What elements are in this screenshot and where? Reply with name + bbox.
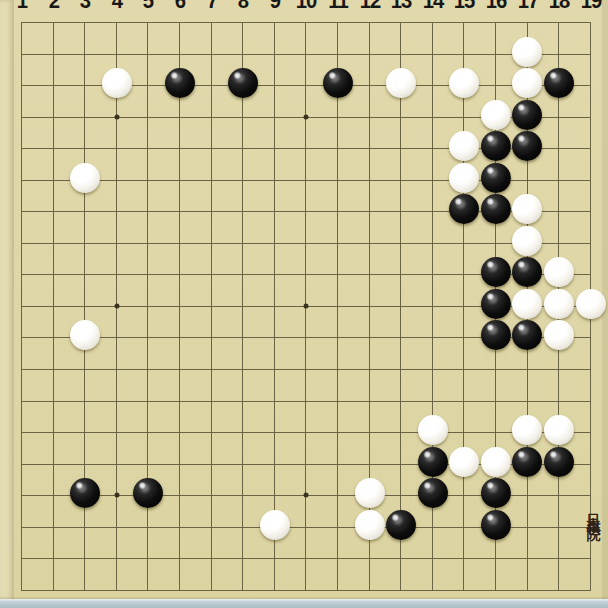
intersection-16-7[interactable] bbox=[480, 196, 512, 228]
intersection-14-8[interactable] bbox=[417, 227, 449, 259]
intersection-16-5[interactable] bbox=[480, 132, 512, 164]
intersection-3-10[interactable] bbox=[69, 290, 101, 322]
intersection-2-2[interactable] bbox=[38, 38, 70, 70]
intersection-10-8[interactable] bbox=[291, 227, 323, 259]
intersection-15-14[interactable] bbox=[449, 416, 481, 448]
intersection-3-1[interactable] bbox=[69, 6, 101, 38]
intersection-13-6[interactable] bbox=[385, 164, 417, 196]
intersection-9-11[interactable] bbox=[259, 322, 291, 354]
intersection-19-10[interactable] bbox=[575, 290, 607, 322]
intersection-15-19[interactable] bbox=[449, 574, 481, 606]
intersection-12-4[interactable] bbox=[354, 101, 386, 133]
intersection-14-6[interactable] bbox=[417, 164, 449, 196]
intersection-11-17[interactable] bbox=[322, 511, 354, 543]
intersection-5-9[interactable] bbox=[133, 259, 165, 291]
intersection-2-19[interactable] bbox=[38, 574, 70, 606]
intersection-5-16[interactable] bbox=[133, 479, 165, 511]
intersection-16-8[interactable] bbox=[480, 227, 512, 259]
intersection-3-6[interactable] bbox=[69, 164, 101, 196]
intersection-3-14[interactable] bbox=[69, 416, 101, 448]
intersection-2-3[interactable] bbox=[38, 69, 70, 101]
intersection-3-18[interactable] bbox=[69, 543, 101, 575]
intersection-12-11[interactable] bbox=[354, 322, 386, 354]
intersection-8-18[interactable] bbox=[227, 543, 259, 575]
intersection-1-19[interactable] bbox=[6, 574, 38, 606]
intersection-17-12[interactable] bbox=[512, 353, 544, 385]
intersection-19-12[interactable] bbox=[575, 353, 607, 385]
intersection-5-5[interactable] bbox=[133, 132, 165, 164]
intersection-18-7[interactable] bbox=[543, 196, 575, 228]
intersection-8-7[interactable] bbox=[227, 196, 259, 228]
intersection-1-9[interactable] bbox=[6, 259, 38, 291]
intersection-8-3[interactable] bbox=[227, 69, 259, 101]
intersection-13-5[interactable] bbox=[385, 132, 417, 164]
intersection-10-6[interactable] bbox=[291, 164, 323, 196]
intersection-15-1[interactable] bbox=[449, 6, 481, 38]
intersection-13-14[interactable] bbox=[385, 416, 417, 448]
intersection-19-9[interactable] bbox=[575, 259, 607, 291]
intersection-11-2[interactable] bbox=[322, 38, 354, 70]
intersection-15-13[interactable] bbox=[449, 385, 481, 417]
intersection-12-7[interactable] bbox=[354, 196, 386, 228]
intersection-19-8[interactable] bbox=[575, 227, 607, 259]
intersection-6-14[interactable] bbox=[164, 416, 196, 448]
intersection-18-17[interactable] bbox=[543, 511, 575, 543]
intersection-6-19[interactable] bbox=[164, 574, 196, 606]
intersection-5-8[interactable] bbox=[133, 227, 165, 259]
intersection-7-16[interactable] bbox=[196, 479, 228, 511]
intersection-16-10[interactable] bbox=[480, 290, 512, 322]
intersection-13-9[interactable] bbox=[385, 259, 417, 291]
intersection-15-12[interactable] bbox=[449, 353, 481, 385]
intersection-17-7[interactable] bbox=[512, 196, 544, 228]
intersection-16-11[interactable] bbox=[480, 322, 512, 354]
intersection-2-9[interactable] bbox=[38, 259, 70, 291]
intersection-6-9[interactable] bbox=[164, 259, 196, 291]
intersection-7-3[interactable] bbox=[196, 69, 228, 101]
intersection-10-7[interactable] bbox=[291, 196, 323, 228]
intersection-12-8[interactable] bbox=[354, 227, 386, 259]
intersection-4-15[interactable] bbox=[101, 448, 133, 480]
intersection-3-8[interactable] bbox=[69, 227, 101, 259]
intersection-12-1[interactable] bbox=[354, 6, 386, 38]
intersection-17-13[interactable] bbox=[512, 385, 544, 417]
intersection-15-8[interactable] bbox=[449, 227, 481, 259]
intersection-15-10[interactable] bbox=[449, 290, 481, 322]
intersection-7-19[interactable] bbox=[196, 574, 228, 606]
intersection-2-6[interactable] bbox=[38, 164, 70, 196]
intersection-6-18[interactable] bbox=[164, 543, 196, 575]
intersection-9-18[interactable] bbox=[259, 543, 291, 575]
intersection-11-18[interactable] bbox=[322, 543, 354, 575]
intersection-19-6[interactable] bbox=[575, 164, 607, 196]
intersection-7-15[interactable] bbox=[196, 448, 228, 480]
intersection-9-16[interactable] bbox=[259, 479, 291, 511]
intersection-14-2[interactable] bbox=[417, 38, 449, 70]
intersection-17-3[interactable] bbox=[512, 69, 544, 101]
intersection-17-8[interactable] bbox=[512, 227, 544, 259]
intersection-4-11[interactable] bbox=[101, 322, 133, 354]
intersection-2-16[interactable] bbox=[38, 479, 70, 511]
intersection-4-19[interactable] bbox=[101, 574, 133, 606]
intersection-16-13[interactable] bbox=[480, 385, 512, 417]
intersection-6-7[interactable] bbox=[164, 196, 196, 228]
intersection-2-14[interactable] bbox=[38, 416, 70, 448]
intersection-13-16[interactable] bbox=[385, 479, 417, 511]
intersection-10-15[interactable] bbox=[291, 448, 323, 480]
intersection-10-10[interactable] bbox=[291, 290, 323, 322]
intersection-10-14[interactable] bbox=[291, 416, 323, 448]
intersection-18-12[interactable] bbox=[543, 353, 575, 385]
intersection-9-3[interactable] bbox=[259, 69, 291, 101]
intersection-6-11[interactable] bbox=[164, 322, 196, 354]
intersection-13-17[interactable] bbox=[385, 511, 417, 543]
intersection-11-1[interactable] bbox=[322, 6, 354, 38]
intersection-9-15[interactable] bbox=[259, 448, 291, 480]
intersection-14-18[interactable] bbox=[417, 543, 449, 575]
intersection-1-2[interactable] bbox=[6, 38, 38, 70]
intersection-13-4[interactable] bbox=[385, 101, 417, 133]
intersection-18-16[interactable] bbox=[543, 479, 575, 511]
intersection-1-18[interactable] bbox=[6, 543, 38, 575]
intersection-16-6[interactable] bbox=[480, 164, 512, 196]
intersection-13-10[interactable] bbox=[385, 290, 417, 322]
intersection-7-7[interactable] bbox=[196, 196, 228, 228]
intersection-16-14[interactable] bbox=[480, 416, 512, 448]
intersection-8-8[interactable] bbox=[227, 227, 259, 259]
intersection-7-12[interactable] bbox=[196, 353, 228, 385]
intersection-6-16[interactable] bbox=[164, 479, 196, 511]
intersection-12-5[interactable] bbox=[354, 132, 386, 164]
intersection-17-16[interactable] bbox=[512, 479, 544, 511]
intersection-2-15[interactable] bbox=[38, 448, 70, 480]
intersection-13-19[interactable] bbox=[385, 574, 417, 606]
intersection-17-18[interactable] bbox=[512, 543, 544, 575]
intersection-15-18[interactable] bbox=[449, 543, 481, 575]
intersection-6-1[interactable] bbox=[164, 6, 196, 38]
intersection-6-8[interactable] bbox=[164, 227, 196, 259]
intersection-7-14[interactable] bbox=[196, 416, 228, 448]
intersection-14-16[interactable] bbox=[417, 479, 449, 511]
intersection-10-1[interactable] bbox=[291, 6, 323, 38]
intersection-10-16[interactable] bbox=[291, 479, 323, 511]
intersection-17-4[interactable] bbox=[512, 101, 544, 133]
intersection-15-5[interactable] bbox=[449, 132, 481, 164]
intersection-8-4[interactable] bbox=[227, 101, 259, 133]
intersection-17-6[interactable] bbox=[512, 164, 544, 196]
intersection-14-19[interactable] bbox=[417, 574, 449, 606]
intersection-8-1[interactable] bbox=[227, 6, 259, 38]
intersection-11-16[interactable] bbox=[322, 479, 354, 511]
intersection-7-8[interactable] bbox=[196, 227, 228, 259]
intersection-18-18[interactable] bbox=[543, 543, 575, 575]
intersection-19-4[interactable] bbox=[575, 101, 607, 133]
intersection-8-5[interactable] bbox=[227, 132, 259, 164]
intersection-16-1[interactable] bbox=[480, 6, 512, 38]
intersection-1-6[interactable] bbox=[6, 164, 38, 196]
intersection-2-5[interactable] bbox=[38, 132, 70, 164]
intersection-18-9[interactable] bbox=[543, 259, 575, 291]
intersection-13-13[interactable] bbox=[385, 385, 417, 417]
intersection-2-13[interactable] bbox=[38, 385, 70, 417]
intersection-16-15[interactable] bbox=[480, 448, 512, 480]
intersection-9-7[interactable] bbox=[259, 196, 291, 228]
intersection-18-15[interactable] bbox=[543, 448, 575, 480]
intersection-1-7[interactable] bbox=[6, 196, 38, 228]
intersection-3-13[interactable] bbox=[69, 385, 101, 417]
intersection-3-9[interactable] bbox=[69, 259, 101, 291]
intersection-4-9[interactable] bbox=[101, 259, 133, 291]
intersection-1-11[interactable] bbox=[6, 322, 38, 354]
intersection-8-17[interactable] bbox=[227, 511, 259, 543]
intersection-14-9[interactable] bbox=[417, 259, 449, 291]
intersection-4-3[interactable] bbox=[101, 69, 133, 101]
intersection-14-7[interactable] bbox=[417, 196, 449, 228]
intersection-18-3[interactable] bbox=[543, 69, 575, 101]
intersection-8-6[interactable] bbox=[227, 164, 259, 196]
intersection-1-10[interactable] bbox=[6, 290, 38, 322]
intersection-5-4[interactable] bbox=[133, 101, 165, 133]
intersection-18-6[interactable] bbox=[543, 164, 575, 196]
intersection-1-15[interactable] bbox=[6, 448, 38, 480]
intersection-11-3[interactable] bbox=[322, 69, 354, 101]
intersection-4-18[interactable] bbox=[101, 543, 133, 575]
intersection-13-3[interactable] bbox=[385, 69, 417, 101]
intersection-11-6[interactable] bbox=[322, 164, 354, 196]
intersection-11-5[interactable] bbox=[322, 132, 354, 164]
intersection-2-1[interactable] bbox=[38, 6, 70, 38]
intersection-7-10[interactable] bbox=[196, 290, 228, 322]
intersection-5-6[interactable] bbox=[133, 164, 165, 196]
intersection-7-18[interactable] bbox=[196, 543, 228, 575]
intersection-1-1[interactable] bbox=[6, 6, 38, 38]
intersection-12-3[interactable] bbox=[354, 69, 386, 101]
intersection-10-18[interactable] bbox=[291, 543, 323, 575]
intersection-11-19[interactable] bbox=[322, 574, 354, 606]
intersection-14-14[interactable] bbox=[417, 416, 449, 448]
intersection-1-13[interactable] bbox=[6, 385, 38, 417]
intersection-17-5[interactable] bbox=[512, 132, 544, 164]
intersection-18-19[interactable] bbox=[543, 574, 575, 606]
intersection-10-11[interactable] bbox=[291, 322, 323, 354]
intersection-14-1[interactable] bbox=[417, 6, 449, 38]
intersection-16-16[interactable] bbox=[480, 479, 512, 511]
intersection-5-17[interactable] bbox=[133, 511, 165, 543]
intersection-5-14[interactable] bbox=[133, 416, 165, 448]
intersection-1-4[interactable] bbox=[6, 101, 38, 133]
intersection-15-16[interactable] bbox=[449, 479, 481, 511]
intersection-6-6[interactable] bbox=[164, 164, 196, 196]
intersection-16-17[interactable] bbox=[480, 511, 512, 543]
intersection-17-1[interactable] bbox=[512, 6, 544, 38]
intersection-19-11[interactable] bbox=[575, 322, 607, 354]
intersection-4-5[interactable] bbox=[101, 132, 133, 164]
intersection-7-13[interactable] bbox=[196, 385, 228, 417]
intersection-16-12[interactable] bbox=[480, 353, 512, 385]
intersection-1-5[interactable] bbox=[6, 132, 38, 164]
intersection-17-10[interactable] bbox=[512, 290, 544, 322]
intersection-13-15[interactable] bbox=[385, 448, 417, 480]
intersection-4-12[interactable] bbox=[101, 353, 133, 385]
intersection-6-2[interactable] bbox=[164, 38, 196, 70]
intersection-3-12[interactable] bbox=[69, 353, 101, 385]
intersection-5-2[interactable] bbox=[133, 38, 165, 70]
intersection-19-15[interactable] bbox=[575, 448, 607, 480]
intersection-3-7[interactable] bbox=[69, 196, 101, 228]
intersection-1-17[interactable] bbox=[6, 511, 38, 543]
intersection-18-11[interactable] bbox=[543, 322, 575, 354]
intersection-13-18[interactable] bbox=[385, 543, 417, 575]
intersection-18-2[interactable] bbox=[543, 38, 575, 70]
intersection-6-12[interactable] bbox=[164, 353, 196, 385]
intersection-7-11[interactable] bbox=[196, 322, 228, 354]
intersection-8-10[interactable] bbox=[227, 290, 259, 322]
intersection-14-4[interactable] bbox=[417, 101, 449, 133]
intersection-17-11[interactable] bbox=[512, 322, 544, 354]
intersection-19-3[interactable] bbox=[575, 69, 607, 101]
intersection-19-14[interactable] bbox=[575, 416, 607, 448]
intersection-9-10[interactable] bbox=[259, 290, 291, 322]
intersection-10-5[interactable] bbox=[291, 132, 323, 164]
intersection-1-8[interactable] bbox=[6, 227, 38, 259]
intersection-7-4[interactable] bbox=[196, 101, 228, 133]
intersection-3-17[interactable] bbox=[69, 511, 101, 543]
intersection-4-2[interactable] bbox=[101, 38, 133, 70]
intersection-12-17[interactable] bbox=[354, 511, 386, 543]
intersection-12-18[interactable] bbox=[354, 543, 386, 575]
intersection-16-3[interactable] bbox=[480, 69, 512, 101]
intersection-12-12[interactable] bbox=[354, 353, 386, 385]
intersection-5-15[interactable] bbox=[133, 448, 165, 480]
intersection-8-9[interactable] bbox=[227, 259, 259, 291]
intersection-17-19[interactable] bbox=[512, 574, 544, 606]
intersection-10-2[interactable] bbox=[291, 38, 323, 70]
intersection-2-8[interactable] bbox=[38, 227, 70, 259]
intersection-9-6[interactable] bbox=[259, 164, 291, 196]
intersection-2-7[interactable] bbox=[38, 196, 70, 228]
intersection-14-10[interactable] bbox=[417, 290, 449, 322]
intersection-5-7[interactable] bbox=[133, 196, 165, 228]
intersection-14-17[interactable] bbox=[417, 511, 449, 543]
intersection-6-4[interactable] bbox=[164, 101, 196, 133]
intersection-9-14[interactable] bbox=[259, 416, 291, 448]
intersection-17-15[interactable] bbox=[512, 448, 544, 480]
intersection-9-12[interactable] bbox=[259, 353, 291, 385]
intersection-2-18[interactable] bbox=[38, 543, 70, 575]
intersection-12-15[interactable] bbox=[354, 448, 386, 480]
intersection-9-4[interactable] bbox=[259, 101, 291, 133]
intersection-16-9[interactable] bbox=[480, 259, 512, 291]
intersection-13-12[interactable] bbox=[385, 353, 417, 385]
intersection-9-1[interactable] bbox=[259, 6, 291, 38]
intersection-13-1[interactable] bbox=[385, 6, 417, 38]
intersection-15-4[interactable] bbox=[449, 101, 481, 133]
intersection-2-17[interactable] bbox=[38, 511, 70, 543]
intersection-1-3[interactable] bbox=[6, 69, 38, 101]
intersection-8-2[interactable] bbox=[227, 38, 259, 70]
intersection-4-4[interactable] bbox=[101, 101, 133, 133]
intersection-5-12[interactable] bbox=[133, 353, 165, 385]
intersection-5-19[interactable] bbox=[133, 574, 165, 606]
intersection-18-1[interactable] bbox=[543, 6, 575, 38]
intersection-5-18[interactable] bbox=[133, 543, 165, 575]
intersection-1-12[interactable] bbox=[6, 353, 38, 385]
intersection-12-9[interactable] bbox=[354, 259, 386, 291]
intersection-5-13[interactable] bbox=[133, 385, 165, 417]
intersection-12-10[interactable] bbox=[354, 290, 386, 322]
intersection-8-11[interactable] bbox=[227, 322, 259, 354]
intersection-8-14[interactable] bbox=[227, 416, 259, 448]
intersection-10-12[interactable] bbox=[291, 353, 323, 385]
intersection-5-1[interactable] bbox=[133, 6, 165, 38]
intersection-4-17[interactable] bbox=[101, 511, 133, 543]
intersection-1-14[interactable] bbox=[6, 416, 38, 448]
intersection-11-12[interactable] bbox=[322, 353, 354, 385]
intersection-18-8[interactable] bbox=[543, 227, 575, 259]
intersection-7-1[interactable] bbox=[196, 6, 228, 38]
intersection-15-6[interactable] bbox=[449, 164, 481, 196]
intersection-5-3[interactable] bbox=[133, 69, 165, 101]
intersection-6-5[interactable] bbox=[164, 132, 196, 164]
intersection-11-10[interactable] bbox=[322, 290, 354, 322]
intersection-14-13[interactable] bbox=[417, 385, 449, 417]
intersection-11-14[interactable] bbox=[322, 416, 354, 448]
intersection-6-3[interactable] bbox=[164, 69, 196, 101]
intersection-19-1[interactable] bbox=[575, 6, 607, 38]
intersection-9-13[interactable] bbox=[259, 385, 291, 417]
intersection-16-4[interactable] bbox=[480, 101, 512, 133]
intersection-5-11[interactable] bbox=[133, 322, 165, 354]
intersection-19-7[interactable] bbox=[575, 196, 607, 228]
intersection-9-8[interactable] bbox=[259, 227, 291, 259]
intersection-13-11[interactable] bbox=[385, 322, 417, 354]
intersection-3-19[interactable] bbox=[69, 574, 101, 606]
intersection-5-10[interactable] bbox=[133, 290, 165, 322]
intersection-16-18[interactable] bbox=[480, 543, 512, 575]
intersection-7-2[interactable] bbox=[196, 38, 228, 70]
intersection-10-19[interactable] bbox=[291, 574, 323, 606]
intersection-12-2[interactable] bbox=[354, 38, 386, 70]
intersection-15-15[interactable] bbox=[449, 448, 481, 480]
intersection-3-2[interactable] bbox=[69, 38, 101, 70]
intersection-2-10[interactable] bbox=[38, 290, 70, 322]
intersection-4-1[interactable] bbox=[101, 6, 133, 38]
intersection-14-5[interactable] bbox=[417, 132, 449, 164]
intersection-8-16[interactable] bbox=[227, 479, 259, 511]
intersection-11-13[interactable] bbox=[322, 385, 354, 417]
intersection-6-17[interactable] bbox=[164, 511, 196, 543]
intersection-10-17[interactable] bbox=[291, 511, 323, 543]
intersection-10-3[interactable] bbox=[291, 69, 323, 101]
intersection-8-13[interactable] bbox=[227, 385, 259, 417]
intersection-14-3[interactable] bbox=[417, 69, 449, 101]
intersection-3-4[interactable] bbox=[69, 101, 101, 133]
intersection-3-3[interactable] bbox=[69, 69, 101, 101]
intersection-15-9[interactable] bbox=[449, 259, 481, 291]
intersection-16-2[interactable] bbox=[480, 38, 512, 70]
intersection-10-4[interactable] bbox=[291, 101, 323, 133]
intersection-17-14[interactable] bbox=[512, 416, 544, 448]
intersection-3-16[interactable] bbox=[69, 479, 101, 511]
intersection-11-4[interactable] bbox=[322, 101, 354, 133]
intersection-19-18[interactable] bbox=[575, 543, 607, 575]
intersection-10-9[interactable] bbox=[291, 259, 323, 291]
intersection-8-15[interactable] bbox=[227, 448, 259, 480]
intersection-13-8[interactable] bbox=[385, 227, 417, 259]
intersection-15-17[interactable] bbox=[449, 511, 481, 543]
intersection-19-5[interactable] bbox=[575, 132, 607, 164]
intersection-12-19[interactable] bbox=[354, 574, 386, 606]
